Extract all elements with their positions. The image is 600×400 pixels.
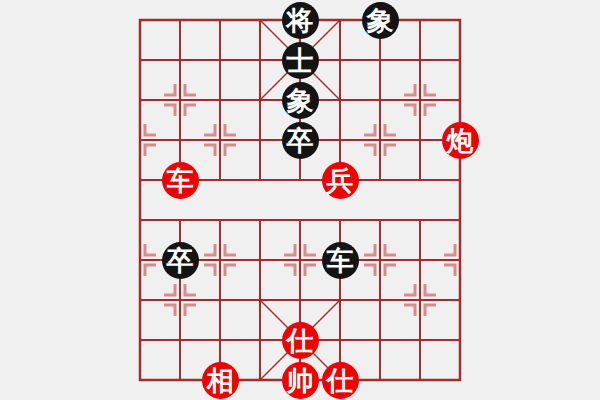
cell-8-3: 炮 bbox=[440, 120, 480, 160]
piece-red-chariot[interactable]: 车 bbox=[162, 162, 199, 199]
piece-glyph: 象 bbox=[287, 87, 314, 114]
piece-glyph: 兵 bbox=[327, 167, 354, 194]
piece-glyph: 仕 bbox=[287, 327, 314, 354]
piece-red-king[interactable]: 帅 bbox=[282, 362, 319, 399]
cell-5-4: 兵 bbox=[320, 160, 360, 200]
piece-black-elephant-center[interactable]: 象 bbox=[282, 82, 319, 119]
piece-black-elephant-right[interactable]: 象 bbox=[362, 2, 399, 39]
piece-glyph: 将 bbox=[287, 7, 314, 34]
cell-4-1: 士 bbox=[280, 40, 320, 80]
piece-red-cannon[interactable]: 炮 bbox=[442, 122, 479, 159]
piece-glyph: 车 bbox=[327, 247, 354, 274]
cell-4-2: 象 bbox=[280, 80, 320, 120]
piece-grid: 将象士象卒炮车兵卒车仕相帅仕 bbox=[120, 0, 480, 400]
piece-black-general[interactable]: 将 bbox=[282, 2, 319, 39]
piece-red-soldier[interactable]: 兵 bbox=[322, 162, 359, 199]
piece-red-elephant[interactable]: 相 bbox=[202, 362, 239, 399]
cell-6-0: 象 bbox=[360, 0, 400, 40]
piece-glyph: 帅 bbox=[287, 367, 314, 394]
cell-4-9: 帅 bbox=[280, 360, 320, 400]
cell-4-8: 仕 bbox=[280, 320, 320, 360]
piece-glyph: 炮 bbox=[447, 127, 474, 154]
cell-5-9: 仕 bbox=[320, 360, 360, 400]
piece-black-chariot[interactable]: 车 bbox=[322, 242, 359, 279]
piece-black-advisor[interactable]: 士 bbox=[282, 42, 319, 79]
cell-1-6: 卒 bbox=[160, 240, 200, 280]
piece-black-soldier-center[interactable]: 卒 bbox=[282, 122, 319, 159]
piece-red-advisor-center[interactable]: 仕 bbox=[282, 322, 319, 359]
piece-black-soldier-left[interactable]: 卒 bbox=[162, 242, 199, 279]
piece-red-advisor-right[interactable]: 仕 bbox=[322, 362, 359, 399]
xiangqi-board[interactable]: 将象士象卒炮车兵卒车仕相帅仕 bbox=[0, 0, 600, 400]
piece-glyph: 象 bbox=[367, 7, 394, 34]
cell-2-9: 相 bbox=[200, 360, 240, 400]
cell-4-0: 将 bbox=[280, 0, 320, 40]
piece-glyph: 车 bbox=[167, 167, 194, 194]
piece-glyph: 卒 bbox=[287, 127, 314, 154]
cell-1-4: 车 bbox=[160, 160, 200, 200]
cell-4-3: 卒 bbox=[280, 120, 320, 160]
piece-glyph: 卒 bbox=[167, 247, 194, 274]
piece-glyph: 士 bbox=[287, 47, 314, 74]
cell-5-6: 车 bbox=[320, 240, 360, 280]
piece-glyph: 相 bbox=[207, 367, 234, 394]
piece-glyph: 仕 bbox=[327, 367, 354, 394]
